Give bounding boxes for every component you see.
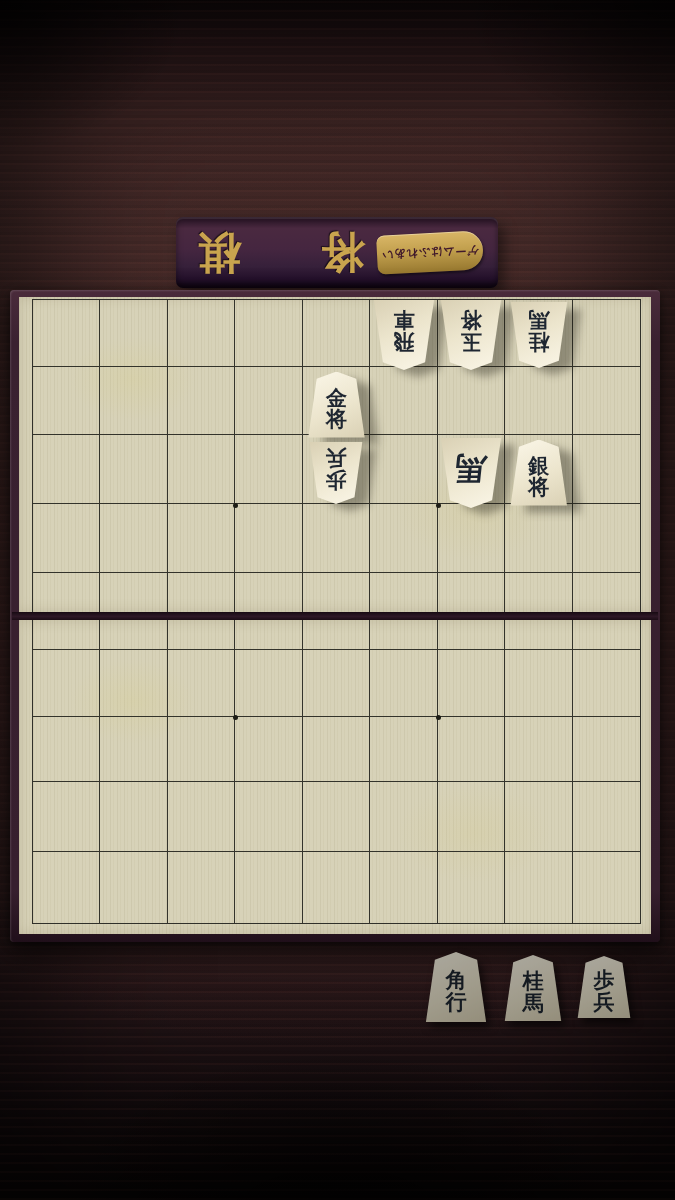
star-point [436,715,441,720]
board-cell[interactable] [370,717,437,782]
board-cell[interactable] [370,435,437,504]
shogi-piece-king[interactable]: 玉将 [439,300,503,370]
board-cell[interactable] [100,435,167,504]
shogi-piece-gold[interactable]: 金将 [306,372,366,438]
box-title-text: 将 棋 [198,228,364,278]
shogi-piece-knight[interactable]: 桂馬 [509,302,569,368]
board-cell[interactable] [100,504,167,573]
board-cell[interactable] [235,620,302,650]
board-cell[interactable] [573,573,640,613]
board-cell[interactable] [573,504,640,573]
board-cell[interactable] [168,620,235,650]
board-cell[interactable] [303,650,370,717]
board-cell[interactable] [235,717,302,782]
piece-kanji: 歩 [326,469,347,490]
board-cell[interactable] [573,717,640,782]
piece-kanji: 玉 [461,331,482,352]
shogi-piece-silver[interactable]: 銀将 [509,440,569,506]
board-cell[interactable] [33,573,100,613]
board-cell[interactable] [573,367,640,435]
board-cell[interactable] [168,782,235,852]
shogi-box-lid: 将 棋 ゲームはふれあい [176,217,498,288]
board-cell[interactable] [235,367,302,435]
board-cell[interactable] [505,852,572,923]
shogi-piece-pawn[interactable]: 歩兵 [576,956,632,1018]
board-cell[interactable] [370,504,437,573]
board-cell[interactable] [33,300,100,367]
shogi-piece-promoted-bishop[interactable]: 馬 [439,438,503,508]
board-cell[interactable] [438,650,505,717]
piece-kanji: 桂 [523,970,544,991]
shogi-piece-knight[interactable]: 桂馬 [503,955,563,1021]
piece-kanji: 角 [446,969,467,990]
shogi-piece-rook[interactable]: 飛車 [372,300,436,370]
board-cell[interactable] [168,573,235,613]
board-cell[interactable] [303,852,370,923]
shogi-piece-bishop[interactable]: 角行 [424,952,488,1022]
board-cell[interactable] [573,620,640,650]
board-cell[interactable] [438,782,505,852]
board-cell[interactable] [33,367,100,435]
board-cell[interactable] [100,852,167,923]
board-cell[interactable] [235,435,302,504]
box-title-char-2: 棋 [198,232,241,275]
board-cell[interactable] [33,852,100,923]
star-point [233,715,238,720]
piece-kanji: 馬 [454,452,488,484]
board-cell[interactable] [505,782,572,852]
piece-kanji: 飛 [393,331,414,352]
piece-kanji: 将 [461,310,482,331]
board-cell[interactable] [370,367,437,435]
board-cell[interactable] [438,620,505,650]
board-cell[interactable] [370,650,437,717]
board-cell[interactable] [168,852,235,923]
box-title-char-1: 将 [321,232,364,275]
box-slogan-text: ゲームはふれあい [381,242,479,262]
board-cell[interactable] [33,650,100,717]
board-cell[interactable] [370,620,437,650]
board-cell[interactable] [168,650,235,717]
board-cell[interactable] [168,717,235,782]
board-cell[interactable] [505,650,572,717]
board-cell[interactable] [33,620,100,650]
board-cell[interactable] [505,504,572,573]
piece-kanji: 兵 [326,448,347,469]
star-point [233,503,238,508]
board-cell[interactable] [235,573,302,613]
board-cell[interactable] [303,573,370,613]
board-grid-bottom [32,620,641,924]
piece-kanji: 兵 [594,991,615,1012]
board-cell[interactable] [303,300,370,367]
board-cell[interactable] [505,573,572,613]
piece-kanji: 桂 [528,331,549,352]
board-cell[interactable] [168,300,235,367]
piece-kanji: 馬 [523,992,544,1013]
board-cell[interactable] [33,504,100,573]
board-cell[interactable] [100,300,167,367]
board-cell[interactable] [438,504,505,573]
board-cell[interactable] [168,504,235,573]
board-cell[interactable] [33,782,100,852]
board-cell[interactable] [573,300,640,367]
board-cell[interactable] [573,782,640,852]
board-cell[interactable] [573,650,640,717]
board-cell[interactable] [100,620,167,650]
piece-kanji: 金 [326,387,347,408]
board-cell[interactable] [168,367,235,435]
piece-kanji: 歩 [594,969,615,990]
board-cell[interactable] [303,717,370,782]
board-bottom-half [19,620,651,934]
board-cell[interactable] [100,782,167,852]
board-cell[interactable] [438,573,505,613]
piece-kanji: 将 [326,408,347,429]
shogi-piece-pawn[interactable]: 歩兵 [308,442,364,504]
board-fold-line [12,612,658,620]
board-cell[interactable] [303,504,370,573]
board-cell[interactable] [505,717,572,782]
piece-kanji: 行 [446,991,467,1012]
box-slogan-plate: ゲームはふれあい [376,230,484,274]
board-cell[interactable] [370,782,437,852]
board-cell[interactable] [100,573,167,613]
board-cell[interactable] [370,852,437,923]
board-cell[interactable] [370,573,437,613]
board-cell[interactable] [235,504,302,573]
board-cell[interactable] [505,367,572,435]
board-cell[interactable] [235,300,302,367]
board-cell[interactable] [438,852,505,923]
piece-kanji: 銀 [528,455,549,476]
board-cell[interactable] [33,435,100,504]
board-cell[interactable] [100,717,167,782]
board-cell[interactable] [505,620,572,650]
piece-kanji: 車 [393,310,414,331]
wood-table-background: 将 棋 ゲームはふれあい 飛車玉将桂馬金将歩兵馬銀将角行桂馬歩兵 [0,0,675,1200]
board-cell[interactable] [100,650,167,717]
board-cell[interactable] [303,620,370,650]
piece-kanji: 将 [528,476,549,497]
board-cell[interactable] [303,782,370,852]
board-cell[interactable] [235,852,302,923]
board-cell[interactable] [33,717,100,782]
board-cell[interactable] [573,852,640,923]
piece-kanji: 馬 [528,310,549,331]
board-cell[interactable] [235,650,302,717]
board-cell[interactable] [438,717,505,782]
board-cell[interactable] [168,435,235,504]
board-cell[interactable] [573,435,640,504]
board-cell[interactable] [100,367,167,435]
board-cell[interactable] [235,782,302,852]
board-cell[interactable] [438,367,505,435]
